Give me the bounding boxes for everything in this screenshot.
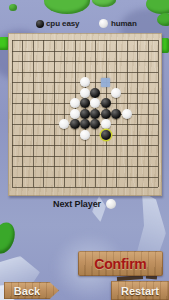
black-stone [80,98,90,108]
confirm-button[interactable]: Confirm [78,251,163,276]
human-player-stone-icon [99,19,108,28]
white-stone [70,109,80,119]
white-stone [122,109,132,119]
lily-pad [44,0,90,14]
grid-line-v [158,40,159,187]
grid-line-h [12,166,158,167]
lily-leaf [0,220,18,257]
black-stone-last-move [101,130,111,140]
grid-line-v [148,40,149,187]
grid-line-h [12,177,158,178]
lily-pad [92,0,116,7]
white-stone [101,119,111,129]
restart-button[interactable]: Restart [111,281,169,300]
grid-line-h [12,156,158,157]
black-stone [80,109,90,119]
white-stone [80,88,90,98]
grid-line-h [12,187,158,188]
black-stone [101,98,111,108]
black-stone [101,109,111,119]
next-player-row: Next Player [0,197,169,210]
lily-pad [9,4,17,11]
white-stone [80,77,90,87]
game-screen: cpu easy human Next Player Confirm Back … [0,0,169,300]
restart-button-label: Restart [121,285,159,297]
white-stone [70,98,80,108]
white-stone [80,130,90,140]
black-stone [90,88,100,98]
back-button[interactable]: Back [4,282,59,299]
confirm-button-label: Confirm [94,256,146,272]
human-player-label: human [111,19,137,28]
cpu-player-label: cpu easy [46,19,79,28]
grid-line-v [137,40,138,187]
grid-line-h [12,145,158,146]
next-player-stone-icon [106,199,116,209]
white-stone [111,88,121,98]
black-stone [90,109,100,119]
black-stone [111,109,121,119]
black-stone [70,119,80,129]
cpu-player-stone-icon [36,20,44,28]
lily-pad [157,13,169,26]
black-stone [80,119,90,129]
next-player-label: Next Player [53,199,101,209]
pending-move-cursor[interactable] [101,78,110,87]
back-button-label: Back [14,285,40,297]
